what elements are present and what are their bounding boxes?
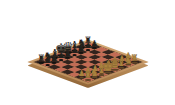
board-square: ♜ — [81, 77, 94, 82]
chess-board: ♜♟♟♜♞♟♟♞♝♟♟♝♛♟♟♛♚♟♟♚♝♟♟♝♞♟♟♞♜♟♟♜ — [45, 19, 131, 105]
board-frame: ♜♟♟♜♞♟♟♞♝♟♟♝♛♟♟♛♚♟♟♚♝♟♟♝♞♟♟♞♜♟♟♜ — [27, 39, 149, 84]
board-surface: ♜♟♟♜♞♟♟♞♝♟♟♝♛♟♟♛♚♟♟♚♝♟♟♝♞♟♟♞♜♟♟♜ — [34, 42, 141, 82]
black-king-icon: ♚ — [55, 42, 67, 55]
chess-set-product-photo: ♜♟♟♜♞♟♟♞♝♟♟♝♛♟♟♛♚♟♟♚♝♟♟♝♞♟♟♞♜♟♟♜ — [0, 0, 175, 105]
black-rook-icon: ♜ — [84, 36, 92, 45]
piece-base — [85, 79, 91, 81]
black-queen-icon: ♛ — [62, 41, 73, 53]
